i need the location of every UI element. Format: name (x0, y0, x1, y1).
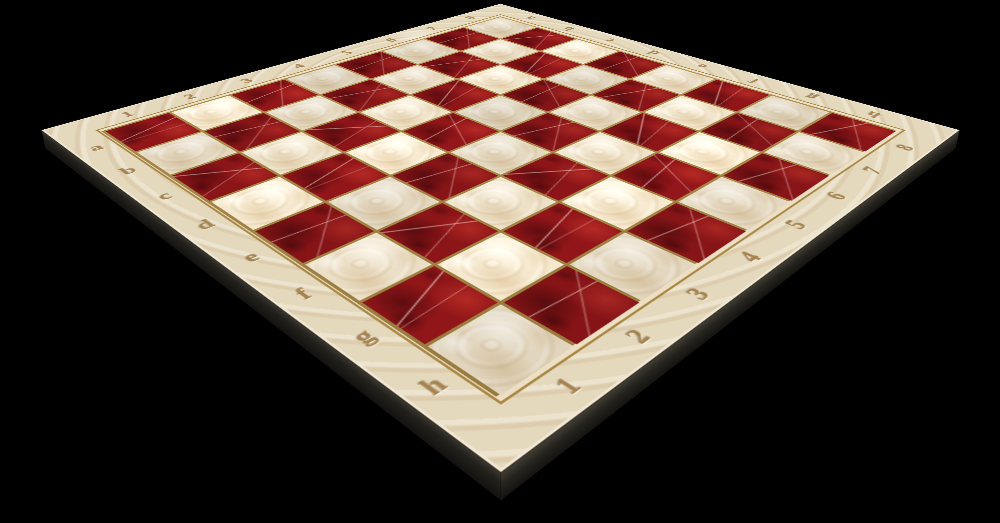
board-field (95, 14, 905, 404)
squares-grid (101, 16, 896, 396)
chess-board-3d: aabbccddeeffgghh1122334455667788 (41, 4, 959, 472)
scene: aabbccddeeffgghh1122334455667788 (0, 0, 1000, 523)
